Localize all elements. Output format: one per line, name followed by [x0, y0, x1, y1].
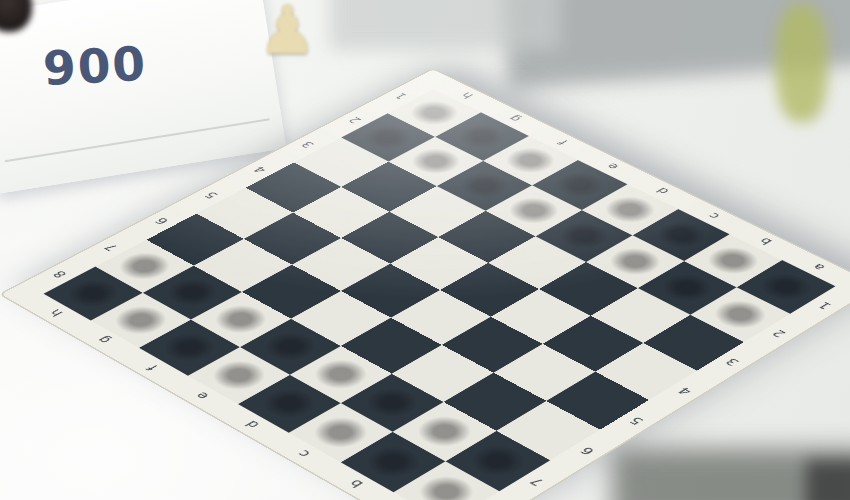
white-pawn-icon: ♟	[702, 234, 778, 319]
tournament-table-photo: 006 ♟ abcdefgh8♜♞♝♛♚♝♞♜87♟♟♟♟♟♟♟♟7665544…	[0, 0, 850, 500]
table-number: 006	[40, 35, 147, 95]
background-bag-blur	[806, 460, 850, 500]
offboard-white-pawn-icon: ♟	[258, 0, 317, 64]
square-a8[interactable]: ♜	[394, 461, 500, 500]
card-fold-crease	[4, 118, 270, 162]
table-number-card: 006	[0, 0, 286, 194]
black-rook-icon: ♜	[400, 393, 492, 496]
background-plant-blur	[776, 4, 828, 122]
background-floor-shadow	[612, 448, 850, 500]
